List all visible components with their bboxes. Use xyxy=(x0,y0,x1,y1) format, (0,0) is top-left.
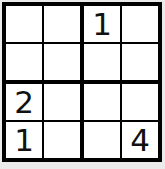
cell-r3c1-given: 2 xyxy=(6,84,44,122)
cell-r3c3[interactable] xyxy=(84,84,122,122)
cell-r2c1[interactable] xyxy=(6,44,44,84)
sudoku-board-wrapper: 1214 xyxy=(2,2,162,162)
cell-r1c4[interactable] xyxy=(122,6,158,44)
cell-r4c2[interactable] xyxy=(44,122,84,158)
cell-r4c4-given: 4 xyxy=(122,122,158,158)
cell-r1c2[interactable] xyxy=(44,6,84,44)
cell-r2c3[interactable] xyxy=(84,44,122,84)
cell-r4c3[interactable] xyxy=(84,122,122,158)
cell-r3c4[interactable] xyxy=(122,84,158,122)
cell-r1c1[interactable] xyxy=(6,6,44,44)
cell-r1c3-given: 1 xyxy=(84,6,122,44)
cell-r2c4[interactable] xyxy=(122,44,158,84)
cell-r4c1-given: 1 xyxy=(6,122,44,158)
cell-r3c2[interactable] xyxy=(44,84,84,122)
cell-r2c2[interactable] xyxy=(44,44,84,84)
sudoku-board: 1214 xyxy=(2,2,162,162)
